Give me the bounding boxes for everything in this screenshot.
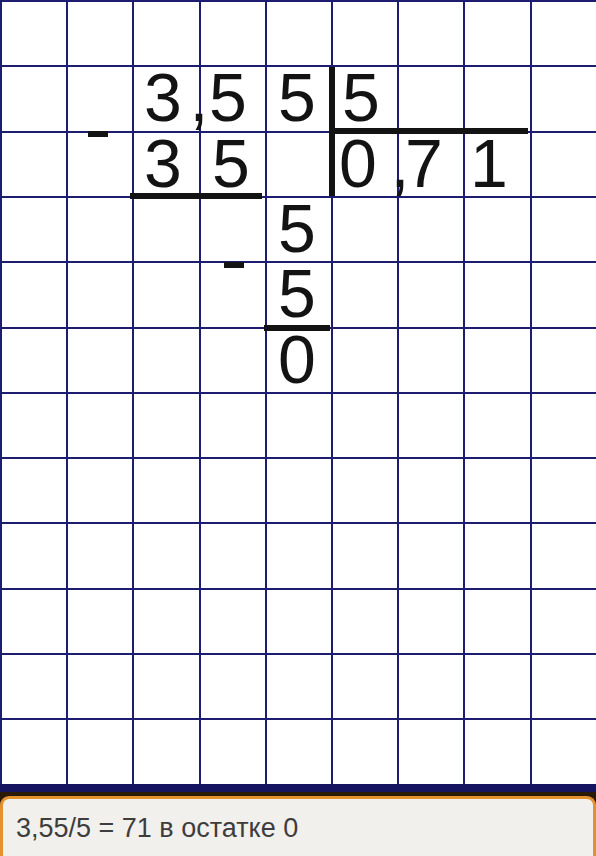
digit-7: 7 xyxy=(391,131,457,196)
answer-text: 3,55/5 = 71 в остатке 0 xyxy=(16,812,298,844)
digit-5: 5 xyxy=(264,261,330,326)
digit-5: 5 xyxy=(264,196,330,261)
minus-sign-second-subtraction xyxy=(224,262,244,268)
digit-5: 5 xyxy=(264,65,330,130)
answer-bar: 3,55/5 = 71 в остатке 0 xyxy=(0,792,596,856)
long-division-app-screen: { "game": "long-division worksheet (деле… xyxy=(0,0,596,856)
digit-5: 5 xyxy=(195,65,261,130)
squared-paper-grid: 3,555350,71550 xyxy=(0,0,596,792)
digit-3: 3 xyxy=(130,131,196,196)
digit-5: 5 xyxy=(198,131,264,196)
digit-0: 0 xyxy=(264,327,330,392)
minus-sign-first-subtraction xyxy=(88,131,108,137)
digit-5: 5 xyxy=(328,65,394,130)
digit-1: 1 xyxy=(456,131,522,196)
answer-panel: 3,55/5 = 71 в остатке 0 xyxy=(0,796,596,856)
